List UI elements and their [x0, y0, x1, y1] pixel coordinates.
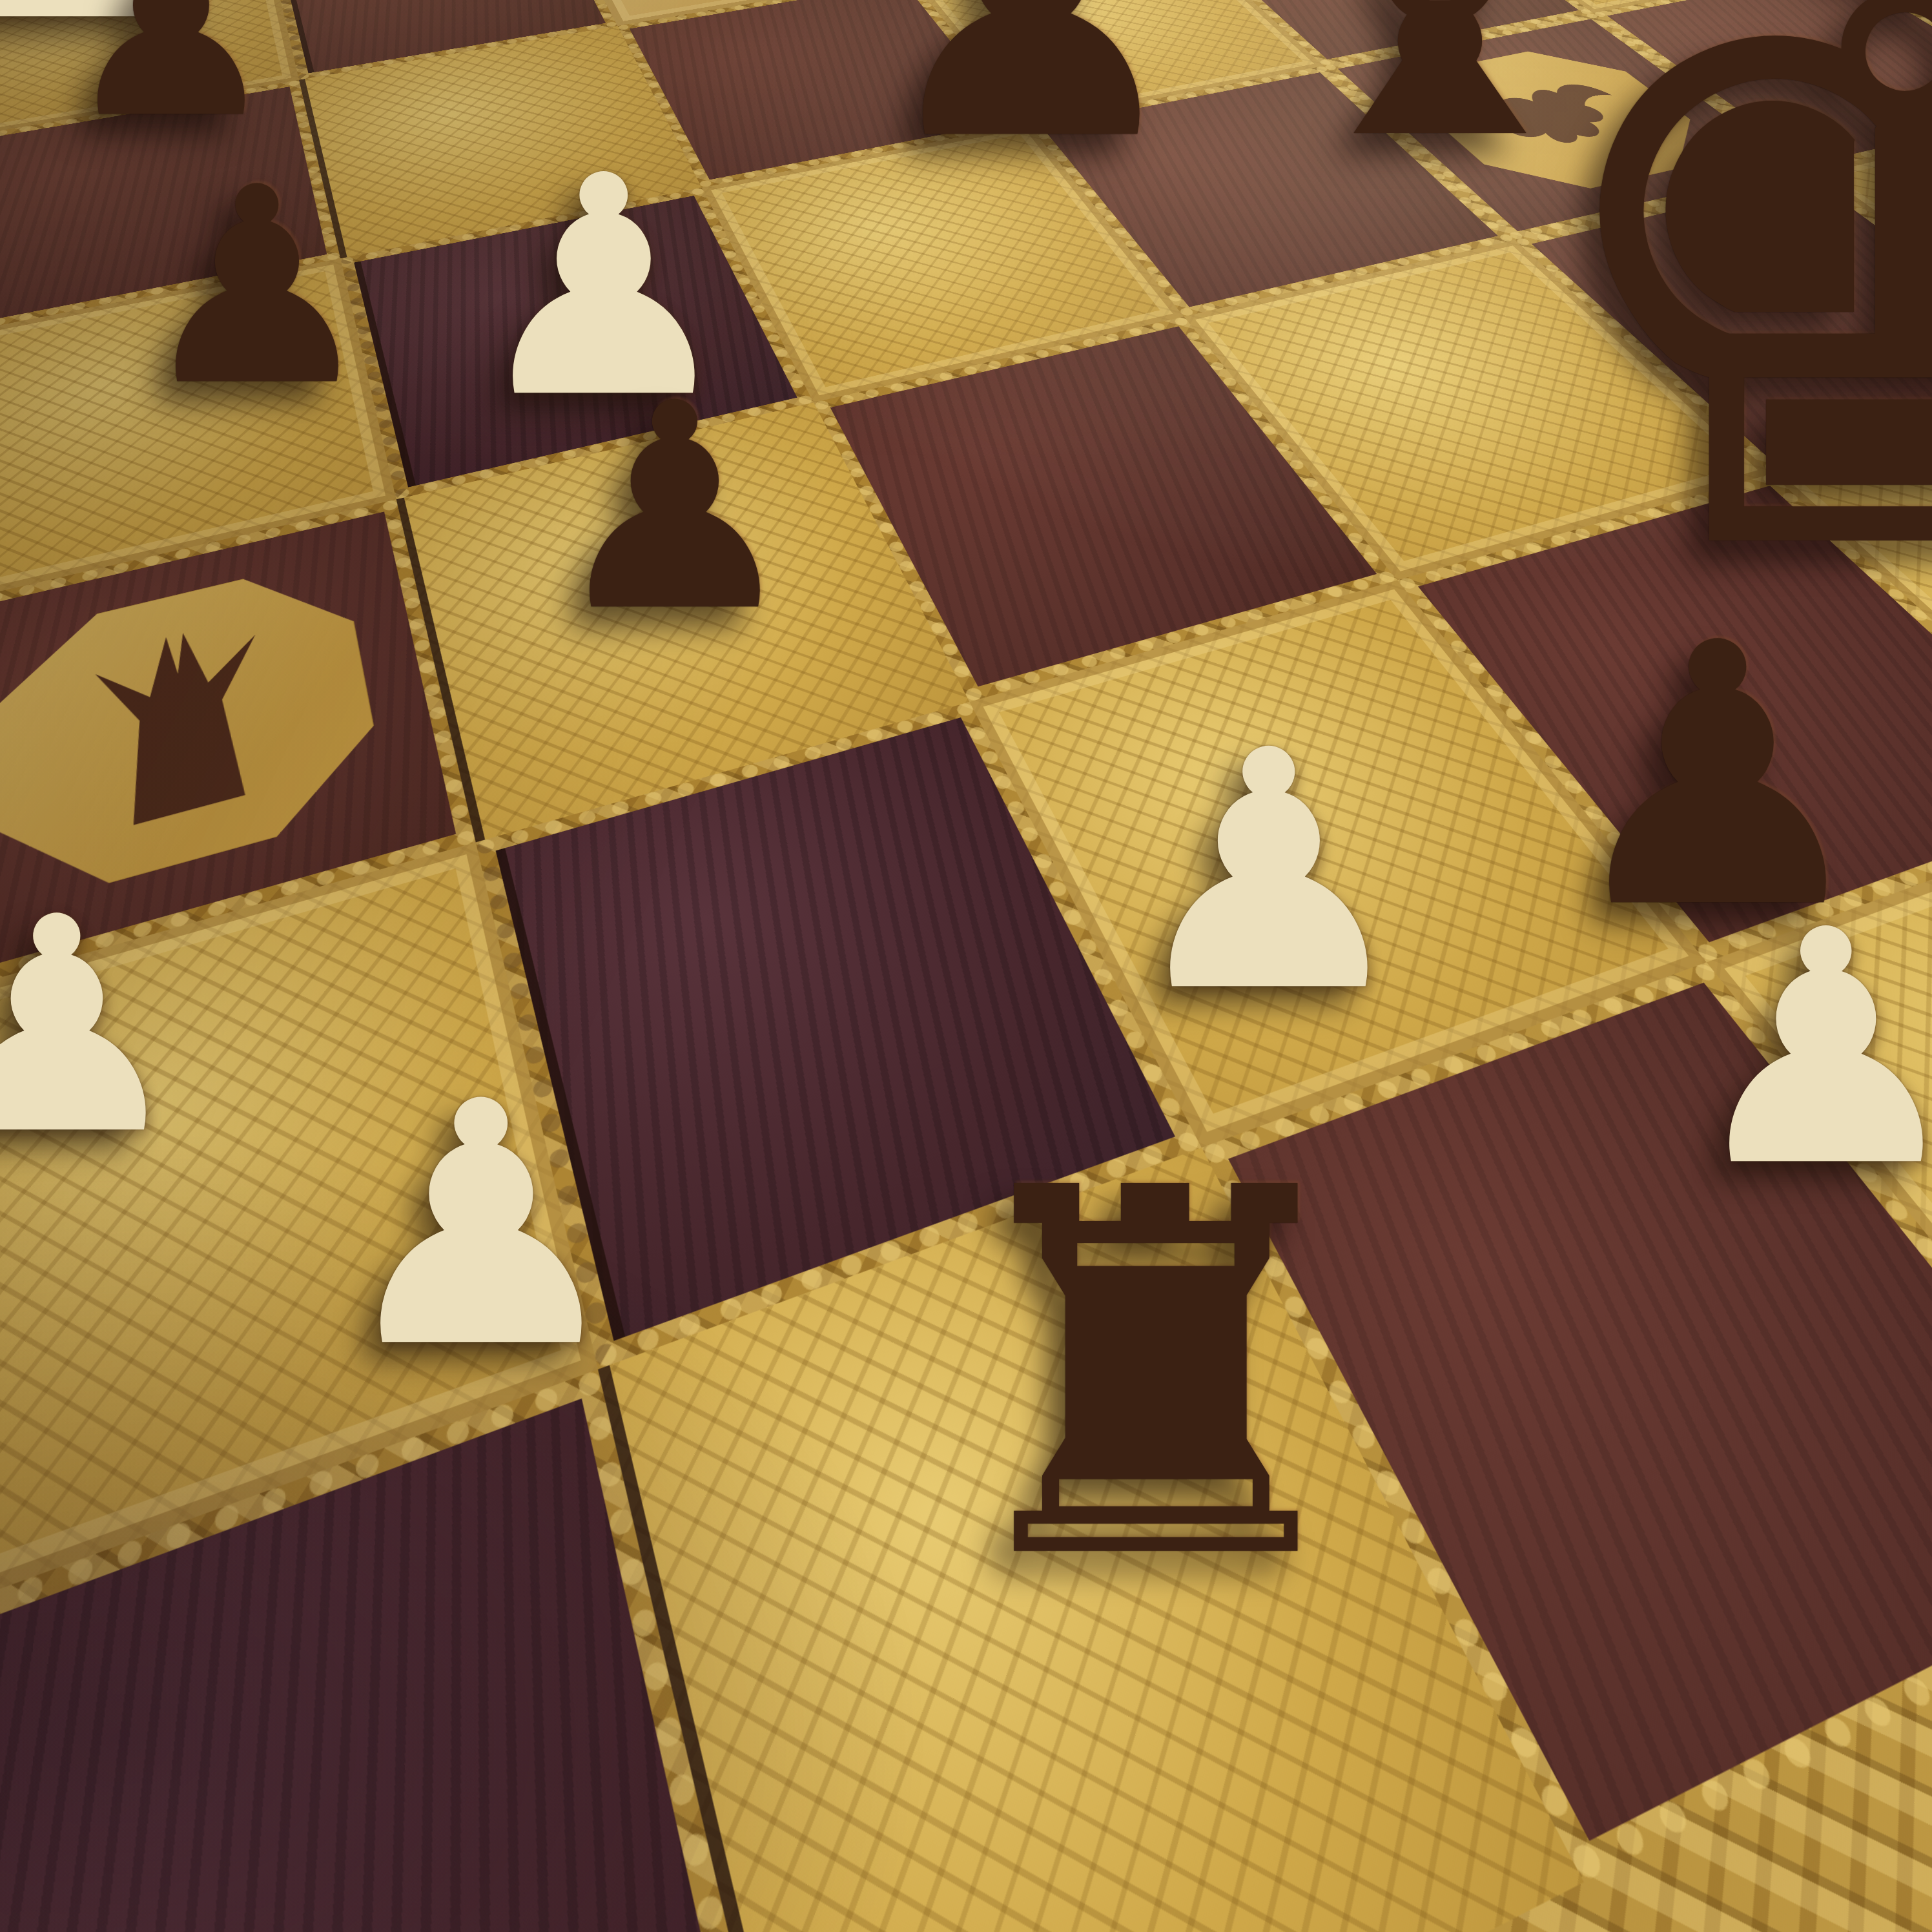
dark-rook[interactable]: ♜ — [930, 1124, 1381, 1628]
white-pawn[interactable]: ♟ — [331, 1058, 632, 1393]
sauron-helm-engraving-icon — [30, 582, 345, 879]
white-pawn[interactable]: ♟ — [1121, 708, 1416, 1037]
white-pawn[interactable]: ♟ — [1681, 888, 1932, 1211]
dark-pawn[interactable]: ♟ — [136, 152, 379, 423]
white-pawn[interactable]: ♟ — [0, 878, 190, 1175]
dark-pawn[interactable]: ♟ — [548, 366, 802, 650]
chess-board-photo: ♟♟♟♟♟♟♝♚♟♟♟♟♟♜ — [0, 0, 1932, 1932]
dark-pawn[interactable]: ♟ — [869, 0, 1193, 189]
